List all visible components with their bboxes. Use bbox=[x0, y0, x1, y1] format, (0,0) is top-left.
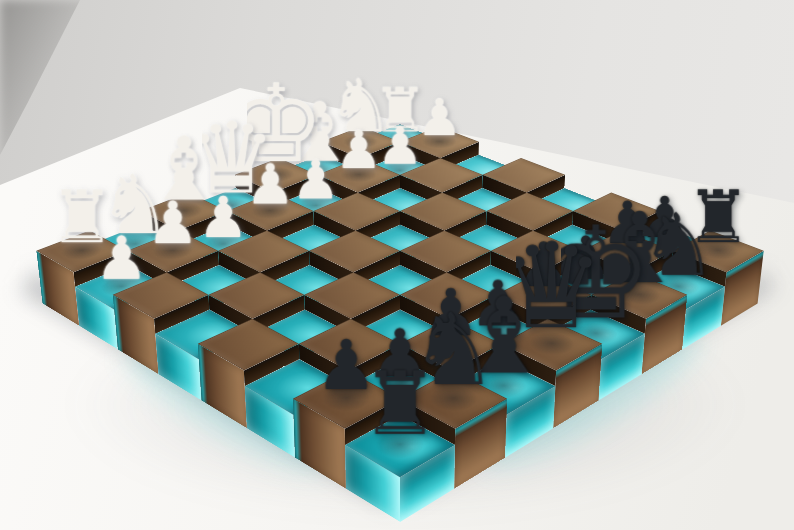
square-side-face bbox=[553, 344, 602, 428]
piece-white-pawn: ♟ bbox=[412, 11, 468, 142]
board-3d-scene: ♜♞♝♚♛♝♞♜♟♟♟♟♟♟♟♟♟♟♟♟♟♟♟♟♜♞♝♚♛♝♞♜ bbox=[0, 0, 794, 530]
square-side-face bbox=[293, 399, 346, 489]
piece-white-bishop: ♝ bbox=[153, 68, 214, 211]
square-side-face bbox=[75, 287, 118, 350]
piece-white-rook: ♜ bbox=[50, 100, 114, 251]
square-side-face bbox=[454, 399, 507, 489]
chess-board: ♜♞♝♚♛♝♞♜♟♟♟♟♟♟♟♟♟♟♟♟♟♟♟♟♜♞♝♚♛♝♞♜ bbox=[38, 124, 762, 477]
piece-white-rook: ♜ bbox=[373, 11, 427, 139]
square-side-face bbox=[113, 295, 159, 374]
square-side-face bbox=[245, 386, 295, 458]
photo-scene: ♜♞♝♚♛♝♞♜♟♟♟♟♟♟♟♟♟♟♟♟♟♟♟♟♜♞♝♚♛♝♞♜ bbox=[0, 0, 794, 530]
square-side-face bbox=[721, 251, 764, 326]
square-side-face bbox=[682, 287, 725, 350]
square-side-face bbox=[36, 251, 79, 326]
square-side-face bbox=[198, 344, 247, 428]
piece-black-rook: ♜ bbox=[686, 100, 750, 251]
square-side-face bbox=[642, 295, 688, 374]
piece-white-knight: ♞ bbox=[333, 11, 389, 142]
piece-white-king: ♚ bbox=[247, 38, 305, 175]
square-side-face bbox=[155, 334, 201, 401]
